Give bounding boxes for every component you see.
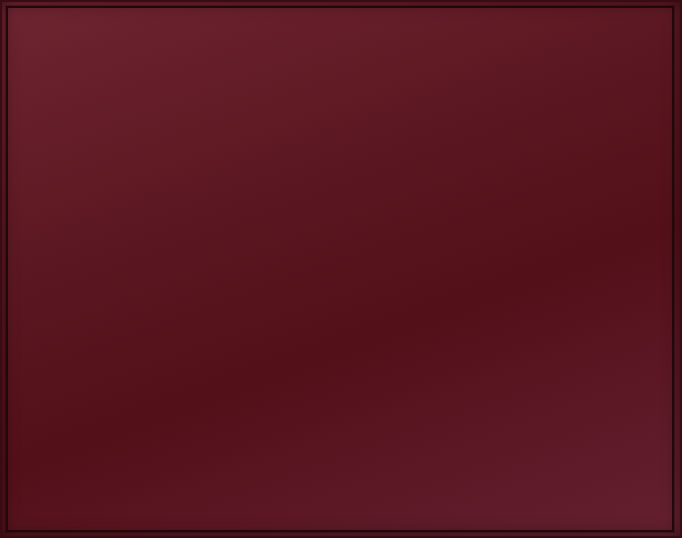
chessboard (8, 8, 672, 530)
chess-diagram (0, 0, 682, 538)
